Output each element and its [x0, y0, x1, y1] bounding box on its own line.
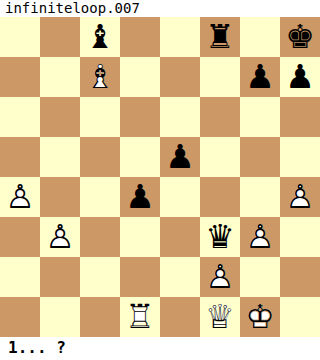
square-c5[interactable]: [80, 137, 120, 177]
white-queen-f1[interactable]: ♛♕: [200, 297, 240, 337]
square-e7[interactable]: [160, 57, 200, 97]
square-a1[interactable]: [0, 297, 40, 337]
square-b1[interactable]: [40, 297, 80, 337]
square-a6[interactable]: [0, 97, 40, 137]
square-g1[interactable]: ♚♔: [240, 297, 280, 337]
black-pawn-g7[interactable]: ♟: [240, 57, 280, 97]
square-g2[interactable]: [240, 257, 280, 297]
piece-outline: ♔: [245, 297, 275, 336]
square-f7[interactable]: [200, 57, 240, 97]
black-king-h8[interactable]: ♚: [280, 17, 320, 57]
square-d8[interactable]: [120, 17, 160, 57]
square-e5[interactable]: ♟: [160, 137, 200, 177]
black-pawn-d4[interactable]: ♟: [120, 177, 160, 217]
square-f2[interactable]: ♟♙: [200, 257, 240, 297]
white-pawn-g3[interactable]: ♟♙: [240, 217, 280, 257]
square-a2[interactable]: [0, 257, 40, 297]
square-h1[interactable]: [280, 297, 320, 337]
square-d3[interactable]: [120, 217, 160, 257]
square-g7[interactable]: ♟: [240, 57, 280, 97]
square-d5[interactable]: [120, 137, 160, 177]
square-b6[interactable]: [40, 97, 80, 137]
square-d7[interactable]: [120, 57, 160, 97]
square-d6[interactable]: [120, 97, 160, 137]
piece-outline: ♙: [245, 217, 275, 256]
square-f5[interactable]: [200, 137, 240, 177]
square-e2[interactable]: [160, 257, 200, 297]
square-c1[interactable]: [80, 297, 120, 337]
square-h7[interactable]: ♟: [280, 57, 320, 97]
square-d1[interactable]: ♜♖: [120, 297, 160, 337]
square-g4[interactable]: [240, 177, 280, 217]
square-g8[interactable]: [240, 17, 280, 57]
black-rook-f8[interactable]: ♜: [200, 17, 240, 57]
square-h4[interactable]: ♟♙: [280, 177, 320, 217]
white-bishop-c7[interactable]: ♝♗: [80, 57, 120, 97]
square-f1[interactable]: ♛♕: [200, 297, 240, 337]
square-b4[interactable]: [40, 177, 80, 217]
square-a4[interactable]: ♟♙: [0, 177, 40, 217]
puzzle-title: infiniteloop.007: [0, 0, 320, 17]
square-h2[interactable]: [280, 257, 320, 297]
square-e8[interactable]: [160, 17, 200, 57]
square-c4[interactable]: [80, 177, 120, 217]
move-prompt: 1... ?: [0, 337, 320, 360]
square-e3[interactable]: [160, 217, 200, 257]
black-pawn-e5[interactable]: ♟: [160, 137, 200, 177]
white-pawn-b3[interactable]: ♟♙: [40, 217, 80, 257]
square-a7[interactable]: [0, 57, 40, 97]
piece-outline: ♙: [45, 217, 75, 256]
square-h6[interactable]: [280, 97, 320, 137]
square-b8[interactable]: [40, 17, 80, 57]
square-c2[interactable]: [80, 257, 120, 297]
square-g5[interactable]: [240, 137, 280, 177]
piece-outline: ♗: [85, 57, 115, 96]
square-h5[interactable]: [280, 137, 320, 177]
black-bishop-c8[interactable]: ♝: [80, 17, 120, 57]
square-e6[interactable]: [160, 97, 200, 137]
piece-outline: ♕: [205, 297, 235, 336]
square-c6[interactable]: [80, 97, 120, 137]
square-g3[interactable]: ♟♙: [240, 217, 280, 257]
white-rook-d1[interactable]: ♜♖: [120, 297, 160, 337]
square-a5[interactable]: [0, 137, 40, 177]
square-d4[interactable]: ♟: [120, 177, 160, 217]
black-pawn-h7[interactable]: ♟: [280, 57, 320, 97]
square-f3[interactable]: ♛: [200, 217, 240, 257]
white-pawn-a4[interactable]: ♟♙: [0, 177, 40, 217]
white-pawn-f2[interactable]: ♟♙: [200, 257, 240, 297]
white-king-g1[interactable]: ♚♔: [240, 297, 280, 337]
square-h8[interactable]: ♚: [280, 17, 320, 57]
square-c8[interactable]: ♝: [80, 17, 120, 57]
black-queen-f3[interactable]: ♛: [200, 217, 240, 257]
square-c7[interactable]: ♝♗: [80, 57, 120, 97]
square-e4[interactable]: [160, 177, 200, 217]
piece-outline: ♙: [285, 177, 315, 216]
square-b7[interactable]: [40, 57, 80, 97]
square-b3[interactable]: ♟♙: [40, 217, 80, 257]
chess-puzzle-app: infiniteloop.007 ♝♜♚♝♗♟♟♟♟♙♟♟♙♟♙♛♟♙♟♙♜♖♛…: [0, 0, 320, 360]
square-g6[interactable]: [240, 97, 280, 137]
square-d2[interactable]: [120, 257, 160, 297]
chess-board: ♝♜♚♝♗♟♟♟♟♙♟♟♙♟♙♛♟♙♟♙♜♖♛♕♚♔: [0, 17, 320, 337]
square-f6[interactable]: [200, 97, 240, 137]
piece-outline: ♙: [205, 257, 235, 296]
square-b2[interactable]: [40, 257, 80, 297]
piece-outline: ♙: [5, 177, 35, 216]
square-h3[interactable]: [280, 217, 320, 257]
white-pawn-h4[interactable]: ♟♙: [280, 177, 320, 217]
square-e1[interactable]: [160, 297, 200, 337]
square-a8[interactable]: [0, 17, 40, 57]
square-f4[interactable]: [200, 177, 240, 217]
square-b5[interactable]: [40, 137, 80, 177]
square-a3[interactable]: [0, 217, 40, 257]
piece-outline: ♖: [125, 297, 155, 336]
square-c3[interactable]: [80, 217, 120, 257]
square-f8[interactable]: ♜: [200, 17, 240, 57]
